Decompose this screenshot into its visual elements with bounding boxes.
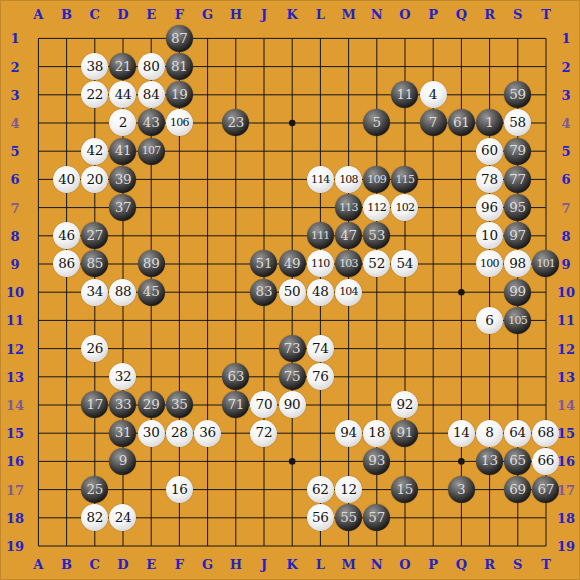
- move-number: 38: [86, 60, 103, 74]
- stone-black-95-S7: 95: [504, 194, 531, 221]
- stone-black-17-C14: 17: [81, 391, 108, 418]
- stone-black-23-H4: 23: [222, 109, 249, 136]
- row-label-left-17: 17: [6, 483, 24, 496]
- move-number: 74: [312, 342, 329, 356]
- stone-black-45-E10: 45: [138, 279, 165, 306]
- stone-white-72-J15: 72: [250, 420, 277, 447]
- stone-black-3-Q17: 3: [448, 476, 475, 503]
- stone-grid: 1234567891011121314151617181920212223242…: [24, 24, 560, 560]
- move-number: 72: [256, 426, 273, 440]
- stone-white-108-M6: 108: [335, 166, 362, 193]
- move-number: 20: [86, 173, 103, 187]
- stone-black-47-M8: 47: [335, 222, 362, 249]
- column-label-top-D: D: [117, 8, 128, 21]
- move-number: 1: [485, 116, 493, 130]
- stone-white-34-C10: 34: [81, 279, 108, 306]
- move-number: 52: [368, 257, 385, 271]
- row-label-left-11: 11: [6, 314, 24, 327]
- move-number: 32: [115, 370, 132, 384]
- move-number: 101: [536, 257, 555, 271]
- stone-black-53-N8: 53: [363, 222, 390, 249]
- stone-white-100-R9: 100: [476, 250, 503, 277]
- row-label-left-19: 19: [6, 540, 24, 553]
- move-number: 75: [284, 370, 301, 384]
- move-number: 93: [368, 454, 385, 468]
- stone-white-46-B8: 46: [53, 222, 80, 249]
- stone-black-93-N16: 93: [363, 448, 390, 475]
- move-number: 23: [227, 116, 244, 130]
- stone-black-59-S3: 59: [504, 81, 531, 108]
- move-number: 22: [86, 88, 103, 102]
- stone-white-84-E3: 84: [138, 81, 165, 108]
- stone-black-5-N4: 5: [363, 109, 390, 136]
- stone-black-15-O17: 15: [391, 476, 418, 503]
- move-number: 54: [397, 257, 414, 271]
- stone-white-88-D10: 88: [109, 279, 136, 306]
- move-number: 95: [509, 201, 526, 215]
- stone-white-4-P3: 4: [420, 81, 447, 108]
- move-number: 27: [86, 229, 103, 243]
- move-number: 33: [115, 398, 132, 412]
- stone-white-82-C18: 82: [81, 504, 108, 531]
- column-label-top-C: C: [90, 8, 100, 21]
- move-number: 104: [339, 285, 358, 299]
- move-number: 21: [115, 60, 132, 74]
- move-number: 35: [171, 398, 188, 412]
- move-number: 13: [481, 454, 498, 468]
- stone-black-57-N18: 57: [363, 504, 390, 531]
- stone-white-38-C2: 38: [81, 53, 108, 80]
- row-label-right-8: 8: [561, 229, 570, 242]
- stone-white-14-Q15: 14: [448, 420, 475, 447]
- move-number: 9: [119, 454, 127, 468]
- stone-black-25-C17: 25: [81, 476, 108, 503]
- move-number: 58: [509, 116, 526, 130]
- move-number: 19: [171, 88, 188, 102]
- stone-black-107-E5: 107: [138, 138, 165, 165]
- move-number: 53: [368, 229, 385, 243]
- column-label-top-O: O: [399, 8, 410, 21]
- move-number: 89: [143, 257, 160, 271]
- move-number: 108: [339, 173, 358, 187]
- stone-white-78-R6: 78: [476, 166, 503, 193]
- move-number: 77: [509, 173, 526, 187]
- stone-white-86-B9: 86: [53, 250, 80, 277]
- row-label-right-1: 1: [561, 32, 570, 45]
- move-number: 66: [537, 454, 554, 468]
- move-number: 113: [339, 201, 358, 215]
- stone-white-36-G15: 36: [194, 420, 221, 447]
- row-label-left-7: 7: [10, 201, 19, 214]
- column-label-top-H: H: [230, 8, 242, 21]
- move-number: 78: [481, 173, 498, 187]
- stone-white-20-C6: 20: [81, 166, 108, 193]
- move-number: 25: [86, 483, 103, 497]
- stone-black-77-S6: 77: [504, 166, 531, 193]
- move-number: 90: [284, 398, 301, 412]
- move-number: 63: [227, 370, 244, 384]
- column-label-top-B: B: [61, 8, 72, 21]
- move-number: 86: [58, 257, 75, 271]
- move-number: 68: [537, 426, 554, 440]
- stone-black-115-O6: 115: [391, 166, 418, 193]
- row-label-left-6: 6: [10, 173, 19, 186]
- row-label-left-16: 16: [6, 455, 24, 468]
- stone-white-92-O14: 92: [391, 391, 418, 418]
- move-number: 10: [481, 229, 498, 243]
- stone-white-44-D3: 44: [109, 81, 136, 108]
- move-number: 62: [312, 483, 329, 497]
- move-number: 111: [311, 229, 330, 243]
- stone-white-104-M10: 104: [335, 279, 362, 306]
- stone-black-7-P4: 7: [420, 109, 447, 136]
- move-number: 76: [312, 370, 329, 384]
- move-number: 51: [256, 257, 273, 271]
- row-label-right-2: 2: [561, 60, 570, 73]
- move-number: 103: [339, 257, 358, 271]
- move-number: 71: [227, 398, 244, 412]
- move-number: 47: [340, 229, 357, 243]
- stone-white-62-L17: 62: [307, 476, 334, 503]
- move-number: 2: [119, 116, 127, 130]
- move-number: 96: [481, 201, 498, 215]
- stone-black-1-R4: 1: [476, 109, 503, 136]
- move-number: 110: [311, 257, 330, 271]
- stone-white-56-L18: 56: [307, 504, 334, 531]
- move-number: 24: [115, 511, 132, 525]
- move-number: 79: [509, 144, 526, 158]
- move-number: 109: [367, 173, 386, 187]
- column-label-top-L: L: [316, 8, 325, 21]
- stone-black-51-J9: 51: [250, 250, 277, 277]
- move-number: 39: [115, 173, 132, 187]
- stone-white-80-E2: 80: [138, 53, 165, 80]
- row-label-left-14: 14: [6, 399, 24, 412]
- stone-black-13-R16: 13: [476, 448, 503, 475]
- move-number: 85: [86, 257, 103, 271]
- move-number: 3: [457, 483, 465, 497]
- stone-black-63-H13: 63: [222, 363, 249, 390]
- move-number: 43: [143, 116, 160, 130]
- column-label-top-R: R: [484, 8, 495, 21]
- row-label-left-2: 2: [10, 60, 19, 73]
- move-number: 5: [372, 116, 380, 130]
- stone-black-91-O15: 91: [391, 420, 418, 447]
- move-number: 102: [396, 201, 415, 215]
- stone-white-6-R11: 6: [476, 307, 503, 334]
- move-number: 57: [368, 511, 385, 525]
- stone-white-8-R15: 8: [476, 420, 503, 447]
- move-number: 84: [143, 88, 160, 102]
- stone-black-61-Q4: 61: [448, 109, 475, 136]
- stone-white-90-K14: 90: [279, 391, 306, 418]
- move-number: 4: [429, 88, 437, 102]
- stone-white-64-S15: 64: [504, 420, 531, 447]
- stone-black-103-M9: 103: [335, 250, 362, 277]
- move-number: 40: [58, 173, 75, 187]
- move-number: 107: [142, 144, 161, 158]
- stone-black-83-J10: 83: [250, 279, 277, 306]
- stone-black-39-D6: 39: [109, 166, 136, 193]
- stone-white-50-K10: 50: [279, 279, 306, 306]
- stone-black-75-K13: 75: [279, 363, 306, 390]
- row-label-right-7: 7: [561, 201, 570, 214]
- column-label-top-T: T: [541, 8, 551, 21]
- column-label-top-A: A: [33, 8, 43, 21]
- row-label-right-3: 3: [561, 88, 570, 101]
- move-number: 18: [368, 426, 385, 440]
- go-board[interactable]: AABBCCDDEEFFGGHHJJKKLLMMNNOOPPQQRRSSTT11…: [0, 0, 580, 580]
- move-number: 114: [311, 173, 330, 187]
- stone-black-89-E9: 89: [138, 250, 165, 277]
- row-label-left-12: 12: [6, 342, 24, 355]
- stone-white-66-T16: 66: [532, 448, 559, 475]
- row-label-left-18: 18: [6, 511, 24, 524]
- move-number: 99: [509, 285, 526, 299]
- row-label-right-9: 9: [561, 258, 570, 271]
- row-label-left-4: 4: [10, 117, 19, 130]
- stone-white-58-S4: 58: [504, 109, 531, 136]
- move-number: 87: [171, 32, 188, 46]
- move-number: 98: [509, 257, 526, 271]
- move-number: 14: [453, 426, 470, 440]
- stone-white-40-B6: 40: [53, 166, 80, 193]
- stone-black-37-D7: 37: [109, 194, 136, 221]
- move-number: 55: [340, 511, 357, 525]
- move-number: 64: [509, 426, 526, 440]
- stone-white-110-L9: 110: [307, 250, 334, 277]
- row-label-left-1: 1: [10, 32, 19, 45]
- move-number: 59: [509, 88, 526, 102]
- stone-white-102-O7: 102: [391, 194, 418, 221]
- row-label-left-10: 10: [6, 286, 24, 299]
- move-number: 112: [367, 201, 386, 215]
- stone-black-69-S17: 69: [504, 476, 531, 503]
- move-number: 26: [86, 342, 103, 356]
- stone-white-42-C5: 42: [81, 138, 108, 165]
- stone-black-65-S16: 65: [504, 448, 531, 475]
- stone-black-21-D2: 21: [109, 53, 136, 80]
- stone-black-67-T17: 67: [532, 476, 559, 503]
- move-number: 106: [170, 116, 189, 130]
- move-number: 29: [143, 398, 160, 412]
- stone-white-28-F15: 28: [166, 420, 193, 447]
- move-number: 49: [284, 257, 301, 271]
- stone-black-43-E4: 43: [138, 109, 165, 136]
- stone-black-11-O3: 11: [391, 81, 418, 108]
- stone-white-18-N15: 18: [363, 420, 390, 447]
- stone-white-32-D13: 32: [109, 363, 136, 390]
- stone-white-96-R7: 96: [476, 194, 503, 221]
- move-number: 81: [171, 60, 188, 74]
- stone-black-73-K12: 73: [279, 335, 306, 362]
- move-number: 8: [485, 426, 493, 440]
- column-label-top-P: P: [428, 8, 438, 21]
- move-number: 105: [508, 314, 527, 328]
- stone-black-85-C9: 85: [81, 250, 108, 277]
- stone-white-16-F17: 16: [166, 476, 193, 503]
- stone-white-22-C3: 22: [81, 81, 108, 108]
- stone-white-74-L12: 74: [307, 335, 334, 362]
- move-number: 42: [86, 144, 103, 158]
- column-label-top-Q: Q: [456, 8, 467, 21]
- move-number: 88: [115, 285, 132, 299]
- stone-black-19-F3: 19: [166, 81, 193, 108]
- stone-white-54-O9: 54: [391, 250, 418, 277]
- stone-black-101-T9: 101: [532, 250, 559, 277]
- move-number: 31: [115, 426, 132, 440]
- stone-black-33-D14: 33: [109, 391, 136, 418]
- move-number: 12: [340, 483, 357, 497]
- move-number: 92: [397, 398, 414, 412]
- move-number: 91: [397, 426, 414, 440]
- stone-white-12-M17: 12: [335, 476, 362, 503]
- move-number: 45: [143, 285, 160, 299]
- move-number: 61: [453, 116, 470, 130]
- move-number: 70: [256, 398, 273, 412]
- row-label-left-3: 3: [10, 88, 19, 101]
- move-number: 28: [171, 426, 188, 440]
- column-label-top-G: G: [202, 8, 213, 21]
- column-label-top-M: M: [341, 8, 355, 21]
- move-number: 94: [340, 426, 357, 440]
- move-number: 48: [312, 285, 329, 299]
- stone-white-112-N7: 112: [363, 194, 390, 221]
- column-label-top-F: F: [175, 8, 184, 21]
- move-number: 36: [199, 426, 216, 440]
- move-number: 60: [481, 144, 498, 158]
- stone-black-55-M18: 55: [335, 504, 362, 531]
- move-number: 46: [58, 229, 75, 243]
- stone-black-111-L8: 111: [307, 222, 334, 249]
- move-number: 73: [284, 342, 301, 356]
- stone-black-27-C8: 27: [81, 222, 108, 249]
- row-label-right-4: 4: [561, 117, 570, 130]
- move-number: 44: [115, 88, 132, 102]
- stone-white-24-D18: 24: [109, 504, 136, 531]
- move-number: 17: [86, 398, 103, 412]
- stone-white-52-N9: 52: [363, 250, 390, 277]
- row-label-left-9: 9: [10, 258, 19, 271]
- stone-black-79-S5: 79: [504, 138, 531, 165]
- stone-white-70-J14: 70: [250, 391, 277, 418]
- stone-white-2-D4: 2: [109, 109, 136, 136]
- move-number: 80: [143, 60, 160, 74]
- stone-white-10-R8: 10: [476, 222, 503, 249]
- stone-black-97-S8: 97: [504, 222, 531, 249]
- move-number: 37: [115, 201, 132, 215]
- stone-black-105-S11: 105: [504, 307, 531, 334]
- move-number: 16: [171, 483, 188, 497]
- stone-white-48-L10: 48: [307, 279, 334, 306]
- move-number: 50: [284, 285, 301, 299]
- stone-black-109-N6: 109: [363, 166, 390, 193]
- stone-black-49-K9: 49: [279, 250, 306, 277]
- stone-black-99-S10: 99: [504, 279, 531, 306]
- column-label-top-N: N: [371, 8, 383, 21]
- stone-black-35-F14: 35: [166, 391, 193, 418]
- stone-black-41-D5: 41: [109, 138, 136, 165]
- row-label-left-13: 13: [6, 370, 24, 383]
- move-number: 6: [485, 314, 493, 328]
- stone-white-98-S9: 98: [504, 250, 531, 277]
- column-label-top-S: S: [513, 8, 522, 21]
- stone-white-26-C12: 26: [81, 335, 108, 362]
- stone-black-87-F1: 87: [166, 25, 193, 52]
- stone-white-60-R5: 60: [476, 138, 503, 165]
- column-label-top-E: E: [146, 8, 156, 21]
- row-label-left-8: 8: [10, 229, 19, 242]
- move-number: 69: [509, 483, 526, 497]
- move-number: 97: [509, 229, 526, 243]
- move-number: 65: [509, 454, 526, 468]
- move-number: 100: [480, 257, 499, 271]
- stone-black-113-M7: 113: [335, 194, 362, 221]
- move-number: 67: [537, 483, 554, 497]
- move-number: 83: [256, 285, 273, 299]
- column-label-top-J: J: [261, 8, 267, 21]
- move-number: 41: [115, 144, 132, 158]
- stone-white-76-L13: 76: [307, 363, 334, 390]
- move-number: 82: [86, 511, 103, 525]
- stone-black-71-H14: 71: [222, 391, 249, 418]
- move-number: 11: [397, 88, 414, 102]
- stone-white-30-E15: 30: [138, 420, 165, 447]
- row-label-left-15: 15: [6, 427, 24, 440]
- stone-white-94-M15: 94: [335, 420, 362, 447]
- row-label-right-5: 5: [561, 145, 570, 158]
- row-label-left-5: 5: [10, 145, 19, 158]
- move-number: 56: [312, 511, 329, 525]
- column-label-top-K: K: [287, 8, 298, 21]
- row-label-right-6: 6: [561, 173, 570, 186]
- stone-black-9-D16: 9: [109, 448, 136, 475]
- stone-black-31-D15: 31: [109, 420, 136, 447]
- move-number: 15: [397, 483, 414, 497]
- stone-black-29-E14: 29: [138, 391, 165, 418]
- move-number: 7: [429, 116, 437, 130]
- stone-white-106-F4: 106: [166, 109, 193, 136]
- move-number: 115: [396, 173, 415, 187]
- stone-white-68-T15: 68: [532, 420, 559, 447]
- move-number: 30: [143, 426, 160, 440]
- stone-white-114-L6: 114: [307, 166, 334, 193]
- move-number: 34: [86, 285, 103, 299]
- stone-black-81-F2: 81: [166, 53, 193, 80]
